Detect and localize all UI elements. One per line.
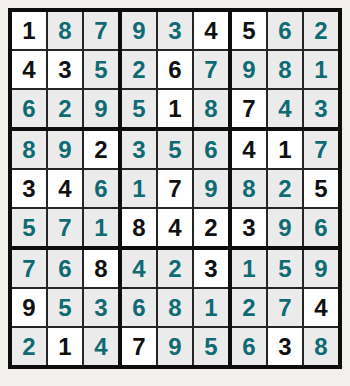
cell-r3c1[interactable]: 6: [12, 90, 46, 127]
cell-r8c6[interactable]: 1: [194, 289, 228, 326]
cell-r2c5[interactable]: 6: [158, 51, 192, 88]
cell-r7c9[interactable]: 9: [304, 250, 338, 287]
block-3-3: 159274638: [232, 250, 338, 365]
cell-r9c4[interactable]: 7: [122, 328, 156, 365]
cell-r4c9[interactable]: 7: [304, 131, 338, 168]
cell-r7c8[interactable]: 5: [268, 250, 302, 287]
block-1-1: 187435629: [12, 12, 118, 127]
cell-r1c5[interactable]: 3: [158, 12, 192, 49]
cell-r5c3[interactable]: 6: [84, 170, 118, 207]
cell-r1c4[interactable]: 9: [122, 12, 156, 49]
cell-r6c7[interactable]: 3: [232, 209, 266, 246]
cell-r6c2[interactable]: 7: [48, 209, 82, 246]
cell-r4c2[interactable]: 9: [48, 131, 82, 168]
cell-r8c7[interactable]: 2: [232, 289, 266, 326]
block-2-3: 417825396: [232, 131, 338, 246]
cell-r8c3[interactable]: 3: [84, 289, 118, 326]
cell-r9c5[interactable]: 9: [158, 328, 192, 365]
cell-r2c2[interactable]: 3: [48, 51, 82, 88]
cell-r1c9[interactable]: 2: [304, 12, 338, 49]
cell-r2c8[interactable]: 8: [268, 51, 302, 88]
cell-r4c1[interactable]: 8: [12, 131, 46, 168]
cell-r4c4[interactable]: 3: [122, 131, 156, 168]
cell-r7c4[interactable]: 4: [122, 250, 156, 287]
cell-r5c1[interactable]: 3: [12, 170, 46, 207]
cell-r6c3[interactable]: 1: [84, 209, 118, 246]
cell-r8c9[interactable]: 4: [304, 289, 338, 326]
cell-r4c8[interactable]: 1: [268, 131, 302, 168]
block-1-3: 562981743: [232, 12, 338, 127]
cell-r3c8[interactable]: 4: [268, 90, 302, 127]
cell-r7c6[interactable]: 3: [194, 250, 228, 287]
cell-r8c2[interactable]: 5: [48, 289, 82, 326]
cell-r2c1[interactable]: 4: [12, 51, 46, 88]
cell-r6c4[interactable]: 8: [122, 209, 156, 246]
cell-r3c6[interactable]: 8: [194, 90, 228, 127]
cell-r5c6[interactable]: 9: [194, 170, 228, 207]
cell-r5c8[interactable]: 2: [268, 170, 302, 207]
block-3-1: 768953214: [12, 250, 118, 365]
sudoku-board: 1874356299342675185629817438923465713561…: [8, 8, 342, 369]
cell-r8c8[interactable]: 7: [268, 289, 302, 326]
cell-r4c5[interactable]: 5: [158, 131, 192, 168]
cell-r7c1[interactable]: 7: [12, 250, 46, 287]
cell-r8c1[interactable]: 9: [12, 289, 46, 326]
block-1-2: 934267518: [122, 12, 228, 127]
cell-r8c5[interactable]: 8: [158, 289, 192, 326]
cell-r6c5[interactable]: 4: [158, 209, 192, 246]
block-3-2: 423681795: [122, 250, 228, 365]
cell-r9c3[interactable]: 4: [84, 328, 118, 365]
cell-r6c6[interactable]: 2: [194, 209, 228, 246]
cell-r9c9[interactable]: 8: [304, 328, 338, 365]
cell-r7c7[interactable]: 1: [232, 250, 266, 287]
cell-r5c7[interactable]: 8: [232, 170, 266, 207]
cell-r9c2[interactable]: 1: [48, 328, 82, 365]
cell-r5c4[interactable]: 1: [122, 170, 156, 207]
cell-r2c3[interactable]: 5: [84, 51, 118, 88]
cell-r4c6[interactable]: 6: [194, 131, 228, 168]
sudoku-page: 1874356299342675185629817438923465713561…: [0, 0, 350, 377]
cell-r1c8[interactable]: 6: [268, 12, 302, 49]
cell-r1c7[interactable]: 5: [232, 12, 266, 49]
block-2-1: 892346571: [12, 131, 118, 246]
cell-r7c3[interactable]: 8: [84, 250, 118, 287]
cell-r5c5[interactable]: 7: [158, 170, 192, 207]
cell-r6c8[interactable]: 9: [268, 209, 302, 246]
cell-r9c7[interactable]: 6: [232, 328, 266, 365]
block-2-2: 356179842: [122, 131, 228, 246]
cell-r7c5[interactable]: 2: [158, 250, 192, 287]
cell-r1c6[interactable]: 4: [194, 12, 228, 49]
cell-r5c2[interactable]: 4: [48, 170, 82, 207]
cell-r1c3[interactable]: 7: [84, 12, 118, 49]
cell-r2c6[interactable]: 7: [194, 51, 228, 88]
cell-r3c9[interactable]: 3: [304, 90, 338, 127]
cell-r4c7[interactable]: 4: [232, 131, 266, 168]
cell-r3c3[interactable]: 9: [84, 90, 118, 127]
cell-r9c1[interactable]: 2: [12, 328, 46, 365]
cell-r3c7[interactable]: 7: [232, 90, 266, 127]
cell-r2c4[interactable]: 2: [122, 51, 156, 88]
cell-r1c2[interactable]: 8: [48, 12, 82, 49]
cell-r9c8[interactable]: 3: [268, 328, 302, 365]
cell-r9c6[interactable]: 5: [194, 328, 228, 365]
cell-r3c2[interactable]: 2: [48, 90, 82, 127]
cell-r2c9[interactable]: 1: [304, 51, 338, 88]
cell-r7c2[interactable]: 6: [48, 250, 82, 287]
cell-r1c1[interactable]: 1: [12, 12, 46, 49]
cell-r6c1[interactable]: 5: [12, 209, 46, 246]
cell-r5c9[interactable]: 5: [304, 170, 338, 207]
cell-r8c4[interactable]: 6: [122, 289, 156, 326]
cell-r4c3[interactable]: 2: [84, 131, 118, 168]
cell-r3c4[interactable]: 5: [122, 90, 156, 127]
cell-r6c9[interactable]: 6: [304, 209, 338, 246]
cell-r3c5[interactable]: 1: [158, 90, 192, 127]
cell-r2c7[interactable]: 9: [232, 51, 266, 88]
